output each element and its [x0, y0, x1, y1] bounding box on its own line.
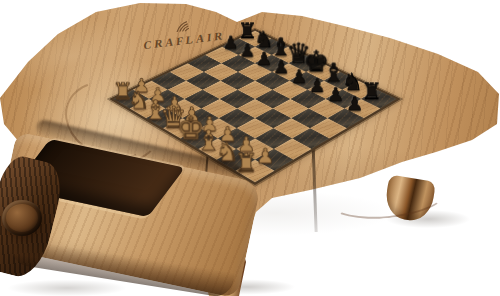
brand-logo-icon: [175, 19, 196, 35]
drawer-knob: [2, 200, 42, 236]
piece-black-pawn: ♟: [342, 95, 367, 113]
olive-wood-chess-table-photo: CRAFLAIR ♜♞♝♛♚♝♞♜♟♟♟♟♟♟♟♟♟♟♟♟♟♟♟♟♜♞♝♛♚♝♞…: [0, 0, 500, 296]
